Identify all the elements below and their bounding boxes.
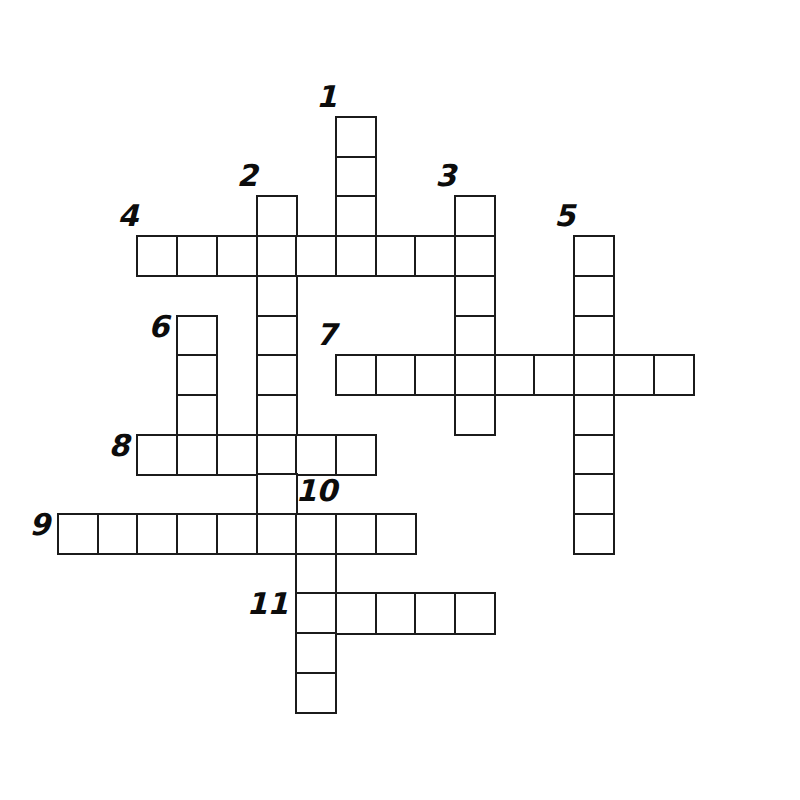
- crossword-cell[interactable]: [573, 235, 615, 277]
- crossword-cell[interactable]: [454, 354, 496, 396]
- crossword-board: 1234567891011: [0, 0, 800, 800]
- crossword-cell[interactable]: [176, 394, 218, 436]
- clue-number-2-down: 2: [237, 161, 258, 191]
- crossword-cell[interactable]: [335, 513, 377, 555]
- crossword-cell[interactable]: [256, 315, 298, 357]
- crossword-cell[interactable]: [256, 354, 298, 396]
- clue-number-8-across: 8: [109, 431, 130, 461]
- crossword-cell[interactable]: [295, 553, 337, 595]
- crossword-cell[interactable]: [454, 235, 496, 277]
- crossword-cell[interactable]: [335, 434, 377, 476]
- crossword-cell[interactable]: [136, 235, 178, 277]
- crossword-cell[interactable]: [136, 513, 178, 555]
- crossword-cell[interactable]: [613, 354, 655, 396]
- crossword-cell[interactable]: [335, 592, 377, 634]
- clue-number-7-across: 7: [316, 320, 337, 350]
- crossword-cell[interactable]: [335, 354, 377, 396]
- crossword-cell[interactable]: [573, 315, 615, 357]
- crossword-cell[interactable]: [216, 235, 258, 277]
- crossword-cell[interactable]: [256, 394, 298, 436]
- crossword-cell[interactable]: [454, 275, 496, 317]
- crossword-cell[interactable]: [295, 632, 337, 674]
- crossword-cell[interactable]: [494, 354, 536, 396]
- crossword-cell[interactable]: [335, 116, 377, 158]
- crossword-cell[interactable]: [375, 235, 417, 277]
- clue-number-11-across: 11: [246, 589, 288, 619]
- crossword-cell[interactable]: [335, 195, 377, 237]
- crossword-cell[interactable]: [295, 513, 337, 555]
- crossword-cell[interactable]: [375, 354, 417, 396]
- crossword-cell[interactable]: [295, 672, 337, 714]
- crossword-cell[interactable]: [454, 315, 496, 357]
- clue-number-10-down: 10: [295, 476, 337, 506]
- crossword-cell[interactable]: [454, 195, 496, 237]
- crossword-cell[interactable]: [375, 513, 417, 555]
- crossword-cell[interactable]: [454, 394, 496, 436]
- clue-number-4-across: 4: [118, 201, 139, 231]
- crossword-cell[interactable]: [573, 473, 615, 515]
- crossword-cell[interactable]: [136, 434, 178, 476]
- crossword-cell[interactable]: [454, 592, 496, 634]
- crossword-cell[interactable]: [653, 354, 695, 396]
- clue-number-6-down: 6: [148, 312, 169, 342]
- crossword-cell[interactable]: [176, 354, 218, 396]
- crossword-cell[interactable]: [216, 434, 258, 476]
- crossword-cell[interactable]: [256, 195, 298, 237]
- crossword-cell[interactable]: [375, 592, 417, 634]
- crossword-cell[interactable]: [573, 394, 615, 436]
- crossword-cell[interactable]: [176, 434, 218, 476]
- crossword-cell[interactable]: [573, 354, 615, 396]
- crossword-cell[interactable]: [97, 513, 139, 555]
- crossword-cell[interactable]: [414, 354, 456, 396]
- crossword-cell[interactable]: [256, 434, 298, 476]
- crossword-cell[interactable]: [57, 513, 99, 555]
- crossword-cell[interactable]: [256, 275, 298, 317]
- crossword-cell[interactable]: [216, 513, 258, 555]
- crossword-cell[interactable]: [573, 513, 615, 555]
- clue-number-1-down: 1: [316, 82, 337, 112]
- clue-number-5-down: 5: [554, 201, 575, 231]
- crossword-cell[interactable]: [256, 235, 298, 277]
- crossword-cell[interactable]: [256, 513, 298, 555]
- crossword-cell[interactable]: [335, 156, 377, 198]
- clue-number-3-down: 3: [435, 161, 456, 191]
- crossword-cell[interactable]: [295, 592, 337, 634]
- crossword-cell[interactable]: [256, 473, 298, 515]
- crossword-cell[interactable]: [573, 275, 615, 317]
- crossword-cell[interactable]: [533, 354, 575, 396]
- crossword-cell[interactable]: [176, 513, 218, 555]
- crossword-cell[interactable]: [295, 235, 337, 277]
- crossword-cell[interactable]: [573, 434, 615, 476]
- crossword-cell[interactable]: [176, 315, 218, 357]
- crossword-cell[interactable]: [414, 235, 456, 277]
- crossword-cell[interactable]: [176, 235, 218, 277]
- crossword-cell[interactable]: [335, 235, 377, 277]
- clue-number-9-across: 9: [29, 510, 50, 540]
- crossword-cell[interactable]: [295, 434, 337, 476]
- crossword-cell[interactable]: [414, 592, 456, 634]
